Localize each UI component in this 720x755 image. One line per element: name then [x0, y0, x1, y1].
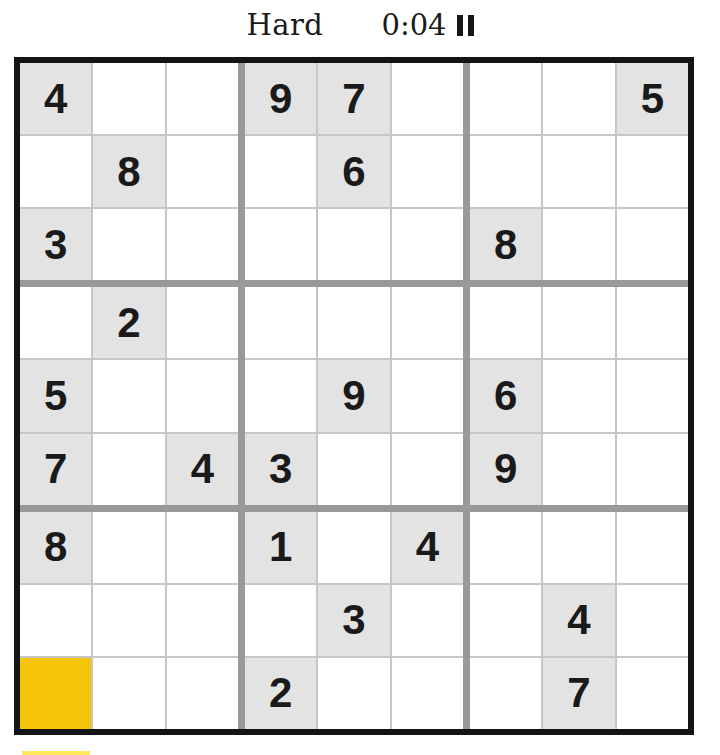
cell-r7c1[interactable]: 8	[20, 512, 91, 583]
cell-r7c3[interactable]	[167, 512, 238, 583]
sudoku-board: 48397658257493698143247	[14, 57, 694, 735]
cell-r7c6[interactable]: 4	[392, 512, 463, 583]
cell-r2c8[interactable]	[543, 136, 614, 207]
cell-r4c9[interactable]	[617, 287, 688, 358]
cell-r1c6[interactable]	[392, 63, 463, 134]
header: Hard 0:04	[0, 0, 720, 50]
cell-r2c2[interactable]: 8	[93, 136, 164, 207]
box-4: 2574	[20, 287, 238, 504]
cell-r9c7[interactable]	[470, 658, 541, 729]
cell-r8c2[interactable]	[93, 585, 164, 656]
cell-r9c3[interactable]	[167, 658, 238, 729]
cell-r2c3[interactable]	[167, 136, 238, 207]
cell-r5c1[interactable]: 5	[20, 360, 91, 431]
cell-r4c8[interactable]	[543, 287, 614, 358]
cell-r1c3[interactable]	[167, 63, 238, 134]
cell-r4c4[interactable]	[245, 287, 316, 358]
cell-r5c9[interactable]	[617, 360, 688, 431]
difficulty-label: Hard	[246, 8, 323, 42]
cell-r9c8[interactable]: 7	[543, 658, 614, 729]
pause-button[interactable]	[457, 15, 474, 36]
cell-r1c8[interactable]	[543, 63, 614, 134]
cell-r2c1[interactable]	[20, 136, 91, 207]
cell-r1c9[interactable]: 5	[617, 63, 688, 134]
timer-label: 0:04	[381, 8, 446, 42]
box-2: 976	[245, 63, 463, 280]
box-7: 8	[20, 512, 238, 729]
partial-element-below-board[interactable]	[22, 751, 90, 755]
cell-r5c8[interactable]	[543, 360, 614, 431]
cell-r7c5[interactable]	[318, 512, 389, 583]
cell-r8c6[interactable]	[392, 585, 463, 656]
timer-area: 0:04	[381, 8, 473, 42]
cell-r4c3[interactable]	[167, 287, 238, 358]
cell-r8c3[interactable]	[167, 585, 238, 656]
cell-r5c4[interactable]	[245, 360, 316, 431]
cell-r5c7[interactable]: 6	[470, 360, 541, 431]
cell-r3c7[interactable]: 8	[470, 209, 541, 280]
cell-r6c6[interactable]	[392, 434, 463, 505]
cell-r7c9[interactable]	[617, 512, 688, 583]
cell-r8c1[interactable]	[20, 585, 91, 656]
box-9: 47	[470, 512, 688, 729]
cell-r1c4[interactable]: 9	[245, 63, 316, 134]
cell-r3c4[interactable]	[245, 209, 316, 280]
pause-icon	[468, 15, 474, 36]
cell-r5c3[interactable]	[167, 360, 238, 431]
cell-r8c7[interactable]	[470, 585, 541, 656]
cell-r4c2[interactable]: 2	[93, 287, 164, 358]
cell-r9c1[interactable]	[20, 658, 91, 729]
box-1: 483	[20, 63, 238, 280]
cell-r1c1[interactable]: 4	[20, 63, 91, 134]
cell-r3c1[interactable]: 3	[20, 209, 91, 280]
cell-r3c5[interactable]	[318, 209, 389, 280]
box-8: 1432	[245, 512, 463, 729]
box-5: 93	[245, 287, 463, 504]
pause-icon	[457, 15, 463, 36]
box-3: 58	[470, 63, 688, 280]
cell-r9c5[interactable]	[318, 658, 389, 729]
cell-r9c6[interactable]	[392, 658, 463, 729]
cell-r7c7[interactable]	[470, 512, 541, 583]
cell-r5c6[interactable]	[392, 360, 463, 431]
cell-r2c9[interactable]	[617, 136, 688, 207]
cell-r8c8[interactable]: 4	[543, 585, 614, 656]
cell-r9c2[interactable]	[93, 658, 164, 729]
cell-r2c7[interactable]	[470, 136, 541, 207]
cell-r6c9[interactable]	[617, 434, 688, 505]
cell-r1c7[interactable]	[470, 63, 541, 134]
cell-r6c1[interactable]: 7	[20, 434, 91, 505]
cell-r2c4[interactable]	[245, 136, 316, 207]
cell-r3c9[interactable]	[617, 209, 688, 280]
cell-r5c2[interactable]	[93, 360, 164, 431]
cell-r6c2[interactable]	[93, 434, 164, 505]
cell-r4c5[interactable]	[318, 287, 389, 358]
cell-r8c5[interactable]: 3	[318, 585, 389, 656]
cell-r6c3[interactable]: 4	[167, 434, 238, 505]
cell-r6c7[interactable]: 9	[470, 434, 541, 505]
cell-r6c8[interactable]	[543, 434, 614, 505]
cell-r9c9[interactable]	[617, 658, 688, 729]
cell-r3c8[interactable]	[543, 209, 614, 280]
cell-r3c3[interactable]	[167, 209, 238, 280]
cell-r6c5[interactable]	[318, 434, 389, 505]
sudoku-app: Hard 0:04 48397658257493698143247	[0, 0, 720, 755]
cell-r8c4[interactable]	[245, 585, 316, 656]
box-6: 69	[470, 287, 688, 504]
cell-r7c2[interactable]	[93, 512, 164, 583]
cell-r2c6[interactable]	[392, 136, 463, 207]
cell-r1c5[interactable]: 7	[318, 63, 389, 134]
cell-r4c6[interactable]	[392, 287, 463, 358]
cell-r7c4[interactable]: 1	[245, 512, 316, 583]
cell-r4c7[interactable]	[470, 287, 541, 358]
cell-r6c4[interactable]: 3	[245, 434, 316, 505]
cell-r9c4[interactable]: 2	[245, 658, 316, 729]
cell-r4c1[interactable]	[20, 287, 91, 358]
cell-r7c8[interactable]	[543, 512, 614, 583]
cell-r3c2[interactable]	[93, 209, 164, 280]
cell-r5c5[interactable]: 9	[318, 360, 389, 431]
cell-r2c5[interactable]: 6	[318, 136, 389, 207]
cell-r1c2[interactable]	[93, 63, 164, 134]
cell-r8c9[interactable]	[617, 585, 688, 656]
cell-r3c6[interactable]	[392, 209, 463, 280]
